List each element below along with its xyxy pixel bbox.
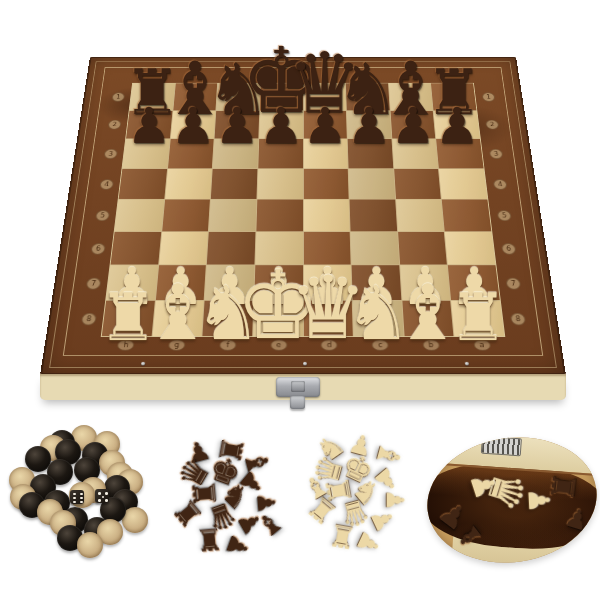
square-c8 [353, 300, 404, 336]
rank-label-left-7: 7 [86, 277, 102, 289]
square-f8 [203, 300, 254, 336]
rank-label-left-5: 5 [95, 210, 110, 221]
square-b4 [394, 169, 441, 199]
square-f7 [205, 265, 254, 299]
board-grid [101, 83, 506, 337]
storage-inset-photo: ♛♟♟♟♜♟♝ [419, 427, 600, 573]
square-a4 [439, 169, 487, 199]
square-h4 [119, 169, 167, 199]
pile-piece-q: ♛ [172, 451, 217, 494]
pile-piece-r: ♜ [168, 493, 208, 533]
rank-label-right-3: 3 [489, 149, 503, 159]
die [70, 490, 84, 504]
pile-piece-p: ♟ [369, 463, 404, 498]
square-b3 [392, 139, 438, 168]
square-c4 [349, 169, 395, 199]
product-photo: 1122334455667788hgfedcba ♜♝♞♚♛♞♝♜♟♟♟♟♟♟♟… [0, 0, 600, 600]
pile-piece-r: ♜ [188, 478, 221, 508]
die [95, 489, 109, 503]
rank-label-right-8: 8 [510, 313, 526, 325]
rank-label-left-2: 2 [108, 120, 122, 130]
square-h2 [126, 111, 172, 139]
checker-disc-tan [77, 532, 103, 558]
square-a3 [436, 139, 483, 168]
pile-piece-r: ♜ [213, 434, 247, 466]
square-b5 [396, 200, 444, 231]
pile-piece-r: ♜ [327, 519, 359, 553]
rank-label-left-6: 6 [90, 243, 105, 254]
clasp-icon [276, 377, 320, 397]
square-f6 [207, 232, 255, 265]
pile-piece-b: ♝ [299, 470, 335, 507]
pile-piece-p: ♟ [253, 491, 279, 515]
pile-piece-p: ♟ [234, 466, 269, 501]
square-c5 [350, 200, 397, 231]
chess-board: 1122334455667788hgfedcba [40, 57, 566, 375]
square-c2 [347, 111, 391, 139]
pile-piece-r: ♜ [195, 523, 224, 555]
file-label-b: b [422, 340, 440, 351]
pile-piece-q: ♛ [308, 451, 349, 489]
square-h6 [111, 232, 161, 265]
rank-label-right-4: 4 [493, 179, 508, 189]
pile-piece-p: ♟ [383, 489, 407, 511]
file-label-e: e [270, 340, 287, 351]
square-a7 [448, 265, 500, 299]
square-d3 [303, 139, 347, 168]
rank-label-left-1: 1 [111, 92, 125, 101]
pile-piece-n: ♞ [311, 428, 350, 468]
square-b1 [389, 83, 433, 110]
hinge-icon [481, 436, 522, 457]
file-label-a: a [473, 340, 491, 351]
pile-piece-b: ♝ [238, 446, 274, 480]
square-g2 [170, 111, 215, 139]
clasp-tongue-icon [290, 396, 305, 409]
pile-piece-k: ♚ [205, 450, 245, 492]
square-f3 [213, 139, 258, 168]
pile-piece-b: ♝ [370, 438, 406, 472]
square-h1 [130, 83, 175, 110]
pile-piece-p: ♟ [352, 527, 385, 559]
square-a8 [451, 300, 504, 336]
square-e2 [259, 111, 302, 139]
square-d8 [303, 300, 352, 336]
pile-piece-p: ♟ [221, 531, 253, 562]
pile-piece-r: ♜ [303, 490, 343, 530]
screw-icon [465, 362, 469, 365]
file-label-h: h [117, 340, 135, 351]
pile-piece-p: ♟ [346, 429, 375, 460]
pile-piece-k: ♚ [337, 446, 379, 490]
square-d2 [303, 111, 346, 139]
square-a1 [431, 83, 476, 110]
rank-label-left-8: 8 [81, 313, 97, 325]
square-a5 [442, 200, 491, 231]
square-e4 [257, 169, 302, 199]
square-d5 [303, 200, 349, 231]
square-g4 [165, 169, 212, 199]
square-d7 [303, 265, 351, 299]
rank-label-right-6: 6 [501, 243, 516, 254]
square-e6 [255, 232, 302, 265]
square-a6 [445, 232, 495, 265]
rank-label-right-2: 2 [485, 120, 499, 130]
pile-piece-p: ♟ [366, 504, 399, 536]
square-c1 [346, 83, 389, 110]
square-e5 [256, 200, 302, 231]
square-g5 [162, 200, 210, 231]
square-e7 [254, 265, 302, 299]
square-e8 [253, 300, 302, 336]
pile-piece-p: ♟ [184, 436, 213, 467]
square-c7 [352, 265, 401, 299]
square-h3 [122, 139, 169, 168]
pile-piece-b: ♝ [252, 506, 289, 544]
pile-piece-q: ♛ [202, 495, 241, 536]
file-label-c: c [372, 340, 389, 351]
square-f4 [211, 169, 257, 199]
pile-piece-r: ♜ [321, 474, 356, 507]
square-f1 [217, 83, 260, 110]
rank-label-left-3: 3 [104, 149, 118, 159]
rank-label-left-4: 4 [99, 179, 114, 189]
rank-label-right-1: 1 [482, 92, 496, 101]
square-f2 [215, 111, 259, 139]
square-g3 [168, 139, 214, 168]
square-g7 [156, 265, 206, 299]
pile-piece-q: ♛ [336, 493, 373, 533]
rank-label-right-5: 5 [497, 210, 512, 221]
square-h8 [102, 300, 155, 336]
square-h5 [115, 200, 164, 231]
pile-piece-n: ♞ [215, 476, 255, 516]
square-g8 [152, 300, 204, 336]
square-e3 [258, 139, 302, 168]
square-a2 [434, 111, 480, 139]
square-b7 [400, 265, 450, 299]
square-d4 [303, 169, 348, 199]
square-c3 [348, 139, 393, 168]
screw-icon [141, 362, 145, 365]
pile-piece-p: ♟ [233, 506, 267, 539]
square-f5 [209, 200, 256, 231]
file-label-d: d [321, 340, 338, 351]
screw-icon [303, 362, 307, 365]
square-g6 [159, 232, 208, 265]
square-d1 [303, 83, 346, 110]
file-label-g: g [168, 340, 186, 351]
file-label-f: f [219, 340, 236, 351]
square-b8 [402, 300, 454, 336]
square-b6 [398, 232, 447, 265]
square-b2 [390, 111, 435, 139]
square-d6 [303, 232, 350, 265]
rank-label-right-7: 7 [505, 277, 521, 289]
square-e1 [260, 83, 303, 110]
pile-piece-n: ♞ [346, 472, 386, 512]
square-g1 [173, 83, 217, 110]
square-h7 [106, 265, 158, 299]
square-c6 [351, 232, 399, 265]
